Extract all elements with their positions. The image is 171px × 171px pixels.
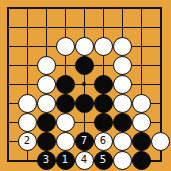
stone-white <box>113 94 132 113</box>
stone-black <box>75 56 94 75</box>
stone-black: 1 <box>56 151 75 170</box>
stone-black <box>37 132 56 151</box>
stone-white <box>113 56 132 75</box>
stone-white <box>37 56 56 75</box>
stone-black <box>132 151 151 170</box>
stone-white <box>113 151 132 170</box>
stone-white <box>56 37 75 56</box>
stone-black <box>94 94 113 113</box>
stone-white <box>18 113 37 132</box>
stone-white <box>37 94 56 113</box>
stone-black <box>56 75 75 94</box>
stone-white <box>56 132 75 151</box>
stone-white: 2 <box>18 132 37 151</box>
stone-white <box>37 75 56 94</box>
stone-black <box>94 113 113 132</box>
stone-number-label: 2 <box>24 136 30 146</box>
stone-number-label: 1 <box>62 155 68 165</box>
stone-white: 4 <box>75 151 94 170</box>
stone-white <box>132 113 151 132</box>
stone-black <box>113 113 132 132</box>
stone-number-label: 7 <box>81 136 87 146</box>
stone-black <box>37 113 56 132</box>
stone-black: 7 <box>75 132 94 151</box>
stone-white <box>18 94 37 113</box>
stone-black <box>132 132 151 151</box>
stone-number-label: 6 <box>100 136 106 146</box>
stone-black <box>94 75 113 94</box>
stone-white <box>113 37 132 56</box>
stone-white: 6 <box>94 132 113 151</box>
stone-black: 5 <box>94 151 113 170</box>
stone-number-label: 3 <box>43 155 49 165</box>
stone-white <box>56 113 75 132</box>
stone-white <box>151 132 170 151</box>
stone-white <box>132 94 151 113</box>
stone-black: 3 <box>37 151 56 170</box>
go-diagram: 2763145 <box>0 0 171 171</box>
stone-number-label: 4 <box>81 155 87 165</box>
stone-black <box>56 94 75 113</box>
stone-white <box>75 37 94 56</box>
stone-black <box>75 94 94 113</box>
stone-white <box>113 132 132 151</box>
stone-layer: 2763145 <box>0 0 170 170</box>
stone-white <box>94 37 113 56</box>
stone-white <box>113 75 132 94</box>
stone-number-label: 5 <box>100 155 106 165</box>
